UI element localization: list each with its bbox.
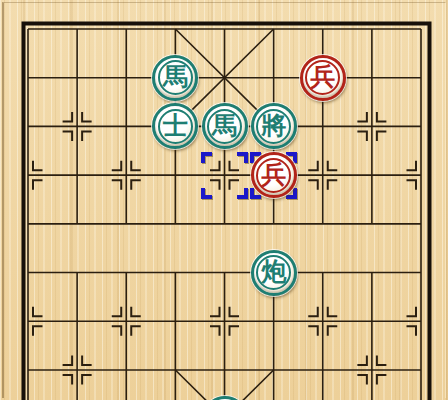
last-move-from-marker [201, 152, 248, 199]
piece-glyph: 馬 [163, 64, 188, 89]
piece-glyph: 兵 [261, 162, 286, 187]
piece-black-cannon[interactable]: 炮 [251, 250, 297, 296]
piece-red-soldier-a[interactable]: 兵 [300, 55, 346, 101]
piece-unknown-cropped-piece[interactable] [202, 396, 248, 400]
piece-glyph: 兵 [310, 64, 335, 89]
piece-black-horse-b[interactable]: 馬 [202, 103, 248, 149]
piece-glyph: 士 [163, 113, 188, 138]
piece-glyph: 馬 [212, 113, 237, 138]
piece-glyph: 炮 [261, 259, 286, 284]
xiangqi-board: 馬兵士馬將兵炮 [0, 0, 448, 400]
piece-black-advisor[interactable]: 士 [152, 103, 198, 149]
piece-black-general[interactable]: 將 [251, 103, 297, 149]
piece-red-soldier-b[interactable]: 兵 [251, 152, 297, 198]
piece-black-horse-a[interactable]: 馬 [152, 55, 198, 101]
piece-glyph: 將 [261, 113, 286, 138]
board-grid[interactable]: 馬兵士馬將兵炮 [3, 5, 445, 400]
